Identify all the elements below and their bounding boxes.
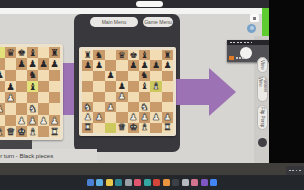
windows-taskbar	[0, 175, 304, 190]
square-h6[interactable]	[49, 70, 60, 81]
square-a8[interactable]: ♜	[82, 50, 93, 60]
piece-white-pawn: ♟	[141, 113, 149, 122]
turn-status-bar: Your turn - Black pieces	[0, 149, 97, 163]
square-c6[interactable]: ♟	[105, 71, 116, 81]
piece-black-pawn: ♟	[141, 61, 149, 70]
square-h7[interactable]: ♟	[162, 60, 173, 70]
desktop-background-strip	[0, 163, 304, 175]
square-a4[interactable]	[82, 92, 93, 102]
desktop: { "game": "chess", "position": { "left_b…	[0, 0, 304, 190]
square-e3[interactable]	[128, 102, 139, 112]
square-h1[interactable]: ♜	[162, 123, 173, 133]
square-f1[interactable]: ♝	[27, 126, 38, 137]
square-b1[interactable]	[93, 123, 104, 133]
square-c8[interactable]	[105, 50, 116, 60]
square-g6[interactable]	[38, 70, 49, 81]
square-b2[interactable]: ♟	[93, 112, 104, 122]
square-h6[interactable]	[162, 71, 173, 81]
browser-title-bar	[0, 0, 269, 8]
piece-white-pawn: ♟	[39, 116, 48, 126]
square-d1[interactable]: ♛	[116, 123, 127, 133]
square-e3[interactable]	[16, 103, 27, 114]
square-a3[interactable]: ♞	[82, 102, 93, 112]
piece-white-pawn: ♟	[50, 116, 59, 126]
video-window-title-text	[230, 42, 252, 44]
square-g3[interactable]	[150, 102, 161, 112]
piece-black-queen: ♛	[118, 51, 126, 60]
square-g7[interactable]: ♟	[38, 58, 49, 69]
square-g2[interactable]: ♟	[38, 115, 49, 126]
square-g5[interactable]: ♝	[150, 81, 161, 91]
square-f4[interactable]	[27, 92, 38, 103]
taskbar-icon-app-silver[interactable]	[182, 179, 189, 186]
piece-white-pawn: ♟	[152, 113, 160, 122]
piece-white-bishop: ♝	[141, 123, 149, 132]
square-f5[interactable]: ♝	[27, 81, 38, 92]
square-e5[interactable]	[16, 81, 27, 92]
square-g2[interactable]: ♟	[150, 112, 161, 122]
piece-black-rook: ♜	[50, 48, 59, 58]
user-avatar[interactable]	[247, 24, 256, 33]
piece-white-queen: ♛	[118, 123, 126, 132]
piece-black-pawn: ♟	[28, 59, 37, 69]
square-e7[interactable]: ♟	[128, 60, 139, 70]
piece-black-pawn: ♟	[84, 61, 92, 70]
right-dark-panel	[269, 0, 304, 175]
square-g8[interactable]	[150, 50, 161, 60]
square-g8[interactable]	[38, 47, 49, 58]
square-g1[interactable]	[150, 123, 161, 133]
square-d2[interactable]	[5, 115, 16, 126]
square-e1[interactable]: ♚	[16, 126, 27, 137]
square-h8[interactable]: ♜	[49, 47, 60, 58]
square-f8[interactable]: ♝	[27, 47, 38, 58]
piece-black-rook: ♜	[84, 51, 92, 60]
square-d7[interactable]	[5, 58, 16, 69]
square-a5[interactable]	[82, 81, 93, 91]
taskbar-icon-search[interactable]	[96, 179, 103, 186]
piece-black-bishop: ♝	[141, 51, 149, 60]
square-g6[interactable]	[150, 71, 161, 81]
square-e4[interactable]	[16, 92, 27, 103]
piece-white-pawn: ♟	[6, 93, 15, 103]
right-arrow-shaft	[176, 79, 209, 105]
board-stand	[0, 140, 32, 149]
square-c5[interactable]	[105, 81, 116, 91]
square-f2[interactable]: ♟	[139, 112, 150, 122]
piece-white-bishop: ♝	[0, 127, 4, 137]
square-b7[interactable]: ♟	[93, 60, 104, 70]
right-arrow-head	[209, 68, 236, 116]
square-f7[interactable]: ♟	[139, 60, 150, 70]
square-b6[interactable]	[93, 71, 104, 81]
record-badge-icon	[229, 56, 234, 60]
square-e8[interactable]: ♚	[16, 47, 27, 58]
square-e8[interactable]: ♚	[128, 50, 139, 60]
square-b4[interactable]	[93, 92, 104, 102]
piece-white-pawn: ♟	[28, 116, 37, 126]
square-d4[interactable]: ♟	[116, 92, 127, 102]
piece-black-pawn: ♟	[163, 61, 171, 70]
square-h3[interactable]	[49, 103, 60, 114]
piece-white-pawn: ♟	[95, 113, 103, 122]
square-d2[interactable]	[116, 112, 127, 122]
taskbar-icon-app-dark[interactable]	[172, 179, 179, 186]
square-e7[interactable]: ♟	[16, 58, 27, 69]
square-g7[interactable]: ♟	[150, 60, 161, 70]
piece-white-king: ♚	[129, 123, 137, 132]
piece-black-pawn: ♟	[118, 82, 126, 91]
piece-white-bishop: ♝	[28, 127, 37, 137]
square-h4[interactable]	[49, 92, 60, 103]
piece-white-pawn: ♟	[163, 113, 171, 122]
square-a2[interactable]: ♟	[82, 112, 93, 122]
square-e4[interactable]	[128, 92, 139, 102]
game-menu-button[interactable]: Game Menu	[143, 17, 173, 27]
square-b5[interactable]	[93, 81, 104, 91]
taskbar-icon-app-rose[interactable]	[191, 179, 198, 186]
square-g4[interactable]	[38, 92, 49, 103]
square-d8[interactable]: ♛	[5, 47, 16, 58]
square-e1[interactable]: ♚	[128, 123, 139, 133]
square-f6[interactable]: ♞	[27, 70, 38, 81]
square-b8[interactable]: ♞	[93, 50, 104, 60]
square-c3[interactable]: ♟	[105, 102, 116, 112]
square-c7[interactable]	[105, 60, 116, 70]
piece-white-rook: ♜	[50, 127, 59, 137]
square-a6[interactable]	[82, 71, 93, 81]
main-menu-button[interactable]: Main Menu	[90, 17, 138, 27]
square-e6[interactable]	[16, 70, 27, 81]
square-h2[interactable]: ♟	[49, 115, 60, 126]
piece-white-knight: ♞	[28, 104, 37, 114]
taskbar-icon-app-gray[interactable]	[125, 179, 132, 186]
piece-black-pawn: ♟	[0, 70, 4, 80]
square-f1[interactable]: ♝	[139, 123, 150, 133]
turn-status-text: Your turn - Black pieces	[0, 149, 53, 163]
taskbar-icon-app-teal[interactable]	[115, 179, 122, 186]
address-bar[interactable]	[136, 1, 163, 7]
square-h1[interactable]: ♜	[49, 126, 60, 137]
taskbar-icon-app-blue[interactable]	[210, 179, 217, 186]
left-board-frame: ♜♞♛♚♝♜♟♟♟♟♟♟♟♞♟♝♟♞♟♞♟♟♟♟♟♟♜♝♛♚♝♜	[0, 44, 63, 140]
square-e5[interactable]	[128, 81, 139, 91]
square-c4[interactable]	[105, 92, 116, 102]
square-f3[interactable]: ♞	[27, 103, 38, 114]
taskbar-icon-app-orange[interactable]	[163, 179, 170, 186]
square-d6[interactable]	[116, 71, 127, 81]
taskbar-icon-start[interactable]	[87, 179, 94, 186]
mini-window-dot	[292, 170, 294, 172]
piece-white-pawn: ♟	[17, 116, 26, 126]
piece-black-pawn: ♟	[39, 59, 48, 69]
taskbar-icon-app-pink[interactable]	[134, 179, 141, 186]
piece-white-pawn: ♟	[118, 92, 126, 101]
square-d1[interactable]: ♛	[5, 126, 16, 137]
square-h5[interactable]	[49, 81, 60, 92]
piece-black-pawn: ♟	[95, 61, 103, 70]
view-tab-label: View	[260, 60, 265, 70]
square-h5[interactable]	[162, 81, 173, 91]
square-c2[interactable]	[105, 112, 116, 122]
square-f4[interactable]	[139, 92, 150, 102]
piece-white-pawn: ♟	[84, 113, 92, 122]
square-f6[interactable]: ♞	[139, 71, 150, 81]
parallel-view-label: Parallel View	[258, 77, 268, 101]
parallel-view-tab[interactable]: Parallel View	[257, 76, 268, 102]
piece-white-knight: ♞	[84, 103, 92, 112]
square-d5[interactable]: ♟	[5, 81, 16, 92]
center-board-frame: ♜♞♛♚♝♜♟♟♟♟♟♟♟♞♟♝♝♟♞♟♞♟♟♟♟♟♟♜♛♚♝♜	[79, 47, 176, 136]
game-menu-label: Game Menu	[144, 19, 172, 25]
taskbar-icon-app-purple[interactable]	[201, 179, 208, 186]
square-a1[interactable]: ♜	[82, 123, 93, 133]
mini-window-dot	[289, 170, 291, 172]
piece-black-king: ♚	[17, 48, 26, 58]
piece-black-knight: ♞	[95, 51, 103, 60]
piece-white-rook: ♜	[84, 123, 92, 132]
square-d5[interactable]: ♟	[116, 81, 127, 91]
square-f2[interactable]: ♟	[27, 115, 38, 126]
square-d3[interactable]	[5, 103, 16, 114]
piece-white-knight: ♞	[141, 103, 149, 112]
piece-black-queen: ♛	[6, 48, 15, 58]
square-d6[interactable]	[5, 70, 16, 81]
square-d3[interactable]	[116, 102, 127, 112]
piece-black-pawn: ♟	[6, 82, 15, 92]
square-e2[interactable]: ♟	[16, 115, 27, 126]
piece-black-bishop: ♝	[141, 82, 149, 91]
square-h7[interactable]: ♟	[49, 58, 60, 69]
piece-white-pawn: ♟	[129, 113, 137, 122]
piece-black-pawn: ♟	[50, 59, 59, 69]
piece-black-bishop: ♝	[28, 48, 37, 58]
piece-white-king: ♚	[17, 127, 26, 137]
taskbar-icon-app-cyan[interactable]	[144, 179, 151, 186]
square-f8[interactable]: ♝	[139, 50, 150, 60]
square-d7[interactable]	[116, 60, 127, 70]
square-b3[interactable]	[93, 102, 104, 112]
square-h2[interactable]: ♟	[162, 112, 173, 122]
square-e6[interactable]	[128, 71, 139, 81]
square-d4[interactable]: ♟	[5, 92, 16, 103]
piece-black-pawn: ♟	[152, 61, 160, 70]
mini-window-dot	[296, 170, 298, 172]
piece-white-pawn: ♟	[106, 103, 114, 112]
square-g1[interactable]	[38, 126, 49, 137]
flip-persp-tab[interactable]: Flip Persp	[257, 105, 268, 130]
piece-black-pawn: ♟	[17, 59, 26, 69]
square-e2[interactable]: ♟	[128, 112, 139, 122]
piece-black-bishop: ♝	[28, 82, 37, 92]
center-chess-board[interactable]: ♜♞♛♚♝♜♟♟♟♟♟♟♟♞♟♝♝♟♞♟♞♟♟♟♟♟♟♜♛♚♝♜	[82, 50, 173, 133]
record-badge-text	[236, 57, 245, 59]
square-h3[interactable]	[162, 102, 173, 112]
square-f3[interactable]: ♞	[139, 102, 150, 112]
piece-black-pawn: ♟	[106, 71, 114, 80]
piece-white-queen: ♛	[6, 127, 15, 137]
piece-white-bishop: ♝	[152, 82, 160, 91]
piece-black-king: ♚	[129, 51, 137, 60]
flip-persp-label: Flip Persp	[260, 107, 265, 127]
square-d8[interactable]: ♛	[116, 50, 127, 60]
left-chess-board[interactable]: ♜♞♛♚♝♜♟♟♟♟♟♟♟♞♟♝♟♞♟♞♟♟♟♟♟♟♜♝♛♚♝♜	[0, 47, 60, 137]
piece-black-knight: ♞	[28, 70, 37, 80]
round-action-button[interactable]	[258, 138, 267, 147]
square-h4[interactable]	[162, 92, 173, 102]
main-menu-label: Main Menu	[102, 19, 127, 25]
square-g5[interactable]	[38, 81, 49, 92]
green-accent-strip	[262, 8, 269, 37]
square-f5[interactable]: ♝	[139, 81, 150, 91]
view-tab[interactable]: View	[257, 57, 268, 73]
square-c1[interactable]	[105, 123, 116, 133]
widget-box[interactable]	[250, 14, 259, 22]
piece-black-knight: ♞	[141, 71, 149, 80]
piece-white-rook: ♜	[163, 123, 171, 132]
piece-black-pawn: ♟	[129, 61, 137, 70]
taskbar-icon-app-red[interactable]	[153, 179, 160, 186]
square-a7[interactable]: ♟	[82, 60, 93, 70]
piece-black-rook: ♜	[163, 51, 171, 60]
square-f7[interactable]: ♟	[27, 58, 38, 69]
square-g3[interactable]	[38, 103, 49, 114]
taskbar-icon-widgets[interactable]	[106, 179, 113, 186]
square-h8[interactable]: ♜	[162, 50, 173, 60]
mini-window-dot	[299, 170, 301, 172]
piece-white-pawn: ♟	[0, 104, 4, 114]
square-g4[interactable]	[150, 92, 161, 102]
mini-window-fragment	[286, 166, 304, 175]
